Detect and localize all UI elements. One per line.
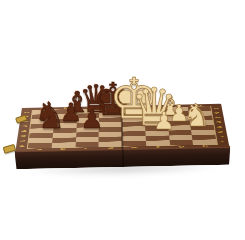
piece-light-knight: ♞ [183, 100, 211, 131]
piece-dark-knight: ♞ [34, 98, 66, 134]
piece-dark-pawn: ♟ [80, 106, 103, 132]
pieces-layer: ♞♟♝♛♚♟♚♛♝♟♟♞ [0, 0, 245, 240]
piece-light-pawn: ♟ [153, 109, 175, 133]
